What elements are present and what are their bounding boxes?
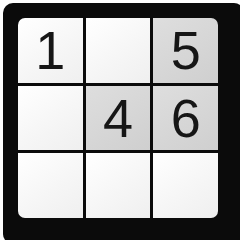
cell-r3c3[interactable]: [153, 153, 218, 218]
cell-r2c1[interactable]: [18, 86, 83, 151]
cell-r3c2[interactable]: [86, 153, 151, 218]
sudoku-app-icon: 1 5 4 6: [0, 0, 240, 240]
cell-r1c3[interactable]: 5: [153, 18, 218, 83]
cell-r2c3[interactable]: 6: [153, 86, 218, 151]
board-frame: 1 5 4 6: [3, 3, 240, 240]
sudoku-board: 1 5 4 6: [18, 18, 218, 218]
cell-r3c1[interactable]: [18, 153, 83, 218]
cell-r1c1[interactable]: 1: [18, 18, 83, 83]
cell-r2c2[interactable]: 4: [86, 86, 151, 151]
cell-r1c2[interactable]: [86, 18, 151, 83]
